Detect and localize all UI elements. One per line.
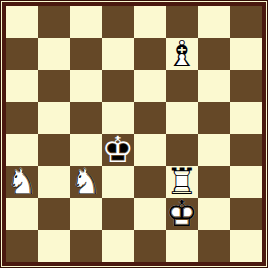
square-b4[interactable] bbox=[38, 134, 70, 166]
square-e2[interactable] bbox=[134, 198, 166, 230]
square-a6[interactable] bbox=[6, 70, 38, 102]
square-f1[interactable] bbox=[166, 230, 198, 262]
square-e3[interactable] bbox=[134, 166, 166, 198]
square-g1[interactable] bbox=[198, 230, 230, 262]
square-f7[interactable]: ♝♗ bbox=[166, 38, 198, 70]
square-h5[interactable] bbox=[230, 102, 262, 134]
square-d5[interactable] bbox=[102, 102, 134, 134]
square-h6[interactable] bbox=[230, 70, 262, 102]
square-e7[interactable] bbox=[134, 38, 166, 70]
square-d4[interactable]: ♚♔ bbox=[102, 134, 134, 166]
white-knight[interactable]: ♞♘ bbox=[70, 166, 102, 198]
square-h1[interactable] bbox=[230, 230, 262, 262]
square-e5[interactable] bbox=[134, 102, 166, 134]
white-knight[interactable]: ♞♘ bbox=[6, 166, 38, 198]
square-b1[interactable] bbox=[38, 230, 70, 262]
square-c7[interactable] bbox=[70, 38, 102, 70]
square-h4[interactable] bbox=[230, 134, 262, 166]
square-c8[interactable] bbox=[70, 6, 102, 38]
square-a8[interactable] bbox=[6, 6, 38, 38]
black-king[interactable]: ♚♔ bbox=[102, 134, 134, 166]
square-h7[interactable] bbox=[230, 38, 262, 70]
square-c5[interactable] bbox=[70, 102, 102, 134]
square-d3[interactable] bbox=[102, 166, 134, 198]
square-b7[interactable] bbox=[38, 38, 70, 70]
square-b6[interactable] bbox=[38, 70, 70, 102]
square-d7[interactable] bbox=[102, 38, 134, 70]
square-f4[interactable] bbox=[166, 134, 198, 166]
square-f3[interactable]: ♜♖ bbox=[166, 166, 198, 198]
square-g4[interactable] bbox=[198, 134, 230, 166]
square-b3[interactable] bbox=[38, 166, 70, 198]
square-f8[interactable] bbox=[166, 6, 198, 38]
square-h3[interactable] bbox=[230, 166, 262, 198]
board-outer-frame: ♝♗♚♔♞♘♞♘♜♖♚♔ bbox=[0, 0, 268, 268]
square-d2[interactable] bbox=[102, 198, 134, 230]
white-rook[interactable]: ♜♖ bbox=[166, 166, 198, 198]
square-e4[interactable] bbox=[134, 134, 166, 166]
square-a1[interactable] bbox=[6, 230, 38, 262]
white-bishop[interactable]: ♝♗ bbox=[166, 38, 198, 70]
square-d8[interactable] bbox=[102, 6, 134, 38]
square-g5[interactable] bbox=[198, 102, 230, 134]
square-h8[interactable] bbox=[230, 6, 262, 38]
square-g7[interactable] bbox=[198, 38, 230, 70]
square-b2[interactable] bbox=[38, 198, 70, 230]
square-g3[interactable] bbox=[198, 166, 230, 198]
square-g6[interactable] bbox=[198, 70, 230, 102]
square-f5[interactable] bbox=[166, 102, 198, 134]
square-f2[interactable]: ♚♔ bbox=[166, 198, 198, 230]
square-a7[interactable] bbox=[6, 38, 38, 70]
white-king[interactable]: ♚♔ bbox=[166, 198, 198, 230]
square-a2[interactable] bbox=[6, 198, 38, 230]
square-a5[interactable] bbox=[6, 102, 38, 134]
square-c6[interactable] bbox=[70, 70, 102, 102]
square-d6[interactable] bbox=[102, 70, 134, 102]
square-c4[interactable] bbox=[70, 134, 102, 166]
square-g8[interactable] bbox=[198, 6, 230, 38]
square-e8[interactable] bbox=[134, 6, 166, 38]
square-b5[interactable] bbox=[38, 102, 70, 134]
square-f6[interactable] bbox=[166, 70, 198, 102]
square-g2[interactable] bbox=[198, 198, 230, 230]
square-c3[interactable]: ♞♘ bbox=[70, 166, 102, 198]
square-d1[interactable] bbox=[102, 230, 134, 262]
square-b8[interactable] bbox=[38, 6, 70, 38]
chess-board: ♝♗♚♔♞♘♞♘♜♖♚♔ bbox=[6, 6, 262, 262]
board-maroon-frame: ♝♗♚♔♞♘♞♘♜♖♚♔ bbox=[2, 2, 266, 266]
square-e6[interactable] bbox=[134, 70, 166, 102]
square-a3[interactable]: ♞♘ bbox=[6, 166, 38, 198]
square-a4[interactable] bbox=[6, 134, 38, 166]
square-h2[interactable] bbox=[230, 198, 262, 230]
square-e1[interactable] bbox=[134, 230, 166, 262]
square-c2[interactable] bbox=[70, 198, 102, 230]
square-c1[interactable] bbox=[70, 230, 102, 262]
